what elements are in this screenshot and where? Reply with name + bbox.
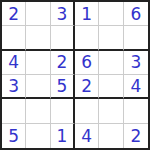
cell-r6c6[interactable]: 2 [124,124,148,148]
cell-r4c3[interactable]: 5 [51,75,75,99]
cell-r6c4[interactable]: 4 [75,124,99,148]
cell-r5c5[interactable] [99,99,123,123]
cell-r4c4[interactable]: 2 [75,75,99,99]
cell-r6c5[interactable] [99,124,123,148]
cell-r2c6[interactable] [124,26,148,50]
cell-r3c6[interactable]: 3 [124,51,148,75]
cell-r2c5[interactable] [99,26,123,50]
cell-r1c6[interactable]: 6 [124,2,148,26]
cell-r4c5[interactable] [99,75,123,99]
cell-r6c3[interactable]: 1 [51,124,75,148]
cell-r1c5[interactable] [99,2,123,26]
cell-r1c2[interactable] [26,2,50,26]
cell-r1c1[interactable]: 2 [2,2,26,26]
cell-r6c2[interactable] [26,124,50,148]
sudoku-board: 2 3 1 6 4 2 6 3 3 5 2 4 5 1 4 2 [0,0,150,150]
cell-r2c3[interactable] [51,26,75,50]
cell-r6c1[interactable]: 5 [2,124,26,148]
cell-r5c1[interactable] [2,99,26,123]
cell-r1c3[interactable]: 3 [51,2,75,26]
cell-r4c6[interactable]: 4 [124,75,148,99]
cell-r5c3[interactable] [51,99,75,123]
cell-r3c1[interactable]: 4 [2,51,26,75]
cell-r3c4[interactable]: 6 [75,51,99,75]
cell-r2c2[interactable] [26,26,50,50]
cell-r5c6[interactable] [124,99,148,123]
cell-r4c2[interactable] [26,75,50,99]
cell-r2c4[interactable] [75,26,99,50]
cell-r4c1[interactable]: 3 [2,75,26,99]
cell-r3c3[interactable]: 2 [51,51,75,75]
cell-r5c4[interactable] [75,99,99,123]
cell-r3c2[interactable] [26,51,50,75]
cell-r2c1[interactable] [2,26,26,50]
cell-r1c4[interactable]: 1 [75,2,99,26]
cell-r5c2[interactable] [26,99,50,123]
cell-r3c5[interactable] [99,51,123,75]
